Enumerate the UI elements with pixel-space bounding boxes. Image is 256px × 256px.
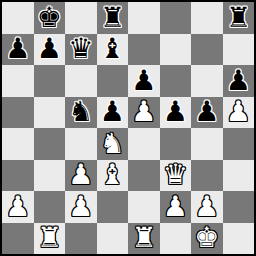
square-e2[interactable] [128, 191, 160, 223]
square-d6[interactable] [97, 65, 129, 97]
square-h3[interactable] [223, 160, 255, 192]
black-pawn-icon: ♟ [100, 98, 125, 126]
black-knight-icon: ♞ [68, 98, 93, 126]
square-b6[interactable] [34, 65, 66, 97]
square-d7[interactable]: ♝ [97, 34, 129, 66]
square-e6[interactable]: ♟ [128, 65, 160, 97]
white-rook-icon: ♜ [37, 224, 62, 252]
square-e1[interactable]: ♜ [128, 223, 160, 255]
black-pawn-icon: ♟ [5, 35, 30, 63]
square-g3[interactable] [191, 160, 223, 192]
square-f3[interactable]: ♛ [160, 160, 192, 192]
square-d4[interactable]: ♞ [97, 128, 129, 160]
white-pawn-icon: ♟ [226, 98, 251, 126]
square-e3[interactable] [128, 160, 160, 192]
square-f2[interactable]: ♟ [160, 191, 192, 223]
white-knight-icon: ♞ [100, 130, 125, 158]
square-g2[interactable]: ♟ [191, 191, 223, 223]
white-queen-icon: ♛ [163, 161, 188, 189]
square-a5[interactable] [2, 97, 34, 129]
square-f7[interactable] [160, 34, 192, 66]
square-a1[interactable] [2, 223, 34, 255]
square-c6[interactable] [65, 65, 97, 97]
white-pawn-icon: ♟ [194, 193, 219, 221]
square-g8[interactable] [191, 2, 223, 34]
square-b1[interactable]: ♜ [34, 223, 66, 255]
square-c4[interactable] [65, 128, 97, 160]
square-d3[interactable]: ♝ [97, 160, 129, 192]
black-rook-icon: ♜ [226, 4, 251, 32]
square-f5[interactable]: ♟ [160, 97, 192, 129]
white-pawn-icon: ♟ [68, 161, 93, 189]
square-b5[interactable] [34, 97, 66, 129]
black-pawn-icon: ♟ [194, 98, 219, 126]
black-pawn-icon: ♟ [163, 98, 188, 126]
white-bishop-icon: ♝ [100, 161, 125, 189]
square-a8[interactable] [2, 2, 34, 34]
square-d8[interactable]: ♜ [97, 2, 129, 34]
square-a4[interactable] [2, 128, 34, 160]
black-rook-icon: ♜ [100, 4, 125, 32]
chess-diagram: ♚♜♜♟♟♛♝♟♟♞♟♟♟♟♟♞♟♝♛♟♟♟♟♜♜♚ [0, 0, 256, 256]
white-pawn-icon: ♟ [131, 98, 156, 126]
square-c2[interactable]: ♟ [65, 191, 97, 223]
square-h7[interactable] [223, 34, 255, 66]
square-c7[interactable]: ♛ [65, 34, 97, 66]
white-rook-icon: ♜ [131, 224, 156, 252]
square-f8[interactable] [160, 2, 192, 34]
square-f6[interactable] [160, 65, 192, 97]
square-d5[interactable]: ♟ [97, 97, 129, 129]
square-h6[interactable]: ♟ [223, 65, 255, 97]
square-d1[interactable] [97, 223, 129, 255]
white-pawn-icon: ♟ [163, 193, 188, 221]
square-b4[interactable] [34, 128, 66, 160]
square-e8[interactable] [128, 2, 160, 34]
square-a7[interactable]: ♟ [2, 34, 34, 66]
black-king-icon: ♚ [37, 4, 62, 32]
square-h1[interactable] [223, 223, 255, 255]
white-pawn-icon: ♟ [68, 193, 93, 221]
chess-board: ♚♜♜♟♟♛♝♟♟♞♟♟♟♟♟♞♟♝♛♟♟♟♟♜♜♚ [0, 0, 256, 256]
black-pawn-icon: ♟ [226, 67, 251, 95]
square-h4[interactable] [223, 128, 255, 160]
square-c3[interactable]: ♟ [65, 160, 97, 192]
square-b7[interactable]: ♟ [34, 34, 66, 66]
square-c5[interactable]: ♞ [65, 97, 97, 129]
square-f4[interactable] [160, 128, 192, 160]
square-g5[interactable]: ♟ [191, 97, 223, 129]
black-queen-icon: ♛ [68, 35, 93, 63]
black-bishop-icon: ♝ [100, 35, 125, 63]
square-c1[interactable] [65, 223, 97, 255]
black-pawn-icon: ♟ [37, 35, 62, 63]
square-g4[interactable] [191, 128, 223, 160]
square-h8[interactable]: ♜ [223, 2, 255, 34]
square-b2[interactable] [34, 191, 66, 223]
square-e4[interactable] [128, 128, 160, 160]
square-g7[interactable] [191, 34, 223, 66]
square-f1[interactable] [160, 223, 192, 255]
square-a2[interactable]: ♟ [2, 191, 34, 223]
square-h5[interactable]: ♟ [223, 97, 255, 129]
square-a3[interactable] [2, 160, 34, 192]
black-pawn-icon: ♟ [131, 67, 156, 95]
white-king-icon: ♚ [194, 224, 219, 252]
white-pawn-icon: ♟ [5, 193, 30, 221]
square-d2[interactable] [97, 191, 129, 223]
square-b8[interactable]: ♚ [34, 2, 66, 34]
square-g6[interactable] [191, 65, 223, 97]
square-a6[interactable] [2, 65, 34, 97]
square-h2[interactable] [223, 191, 255, 223]
square-g1[interactable]: ♚ [191, 223, 223, 255]
square-e5[interactable]: ♟ [128, 97, 160, 129]
square-c8[interactable] [65, 2, 97, 34]
square-b3[interactable] [34, 160, 66, 192]
square-e7[interactable] [128, 34, 160, 66]
